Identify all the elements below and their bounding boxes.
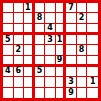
cell-r3c6[interactable]	[56, 24, 67, 35]
cell-r9c4[interactable]	[35, 88, 46, 98]
cell-r7c8[interactable]	[77, 67, 88, 77]
cell-r5c7[interactable]	[66, 45, 77, 55]
cell-r2c3[interactable]	[24, 13, 35, 23]
cell-r3c2[interactable]	[14, 24, 25, 35]
cell-r4c1[interactable]: 5	[3, 35, 14, 45]
cell-r8c3[interactable]	[24, 77, 35, 87]
cell-r5c1[interactable]	[3, 45, 14, 55]
cell-r2c1[interactable]	[3, 13, 14, 23]
cell-r1c5[interactable]	[45, 3, 56, 13]
cell-r6c9[interactable]	[87, 56, 98, 67]
sudoku-board: 17824531289465319	[0, 0, 101, 101]
cell-r6c8[interactable]	[77, 56, 88, 67]
cell-r8c2[interactable]	[14, 77, 25, 87]
cell-r3c4[interactable]	[35, 24, 46, 35]
cell-r9c6[interactable]	[56, 88, 67, 98]
cell-r3c3[interactable]	[24, 24, 35, 35]
cell-r1c9[interactable]	[87, 3, 98, 13]
cell-r5c4[interactable]	[35, 45, 46, 55]
cell-r1c7[interactable]: 7	[66, 3, 77, 13]
cell-r4c3[interactable]	[24, 35, 35, 45]
cell-r3c5[interactable]: 4	[45, 24, 56, 35]
cell-r4c8[interactable]	[77, 35, 88, 45]
cell-r7c7[interactable]	[66, 67, 77, 77]
cell-r7c5[interactable]	[45, 67, 56, 77]
cell-r9c9[interactable]	[87, 88, 98, 98]
cell-r9c5[interactable]	[45, 88, 56, 98]
cell-r3c7[interactable]	[66, 24, 77, 35]
cell-r6c4[interactable]	[35, 56, 46, 67]
cell-r7c2[interactable]: 6	[14, 67, 25, 77]
cell-r2c7[interactable]	[66, 13, 77, 23]
cell-r5c9[interactable]	[87, 45, 98, 55]
cell-r6c3[interactable]	[24, 56, 35, 67]
cell-r8c4[interactable]	[35, 77, 46, 87]
cell-r4c9[interactable]	[87, 35, 98, 45]
cell-r8c1[interactable]	[3, 77, 14, 87]
cell-r8c9[interactable]: 1	[87, 77, 98, 87]
cell-r8c7[interactable]: 3	[66, 77, 77, 87]
cell-r4c2[interactable]	[14, 35, 25, 45]
cell-r7c9[interactable]	[87, 67, 98, 77]
cell-r9c7[interactable]: 9	[66, 88, 77, 98]
cell-r4c5[interactable]: 3	[45, 35, 56, 45]
cell-r4c6[interactable]: 1	[56, 35, 67, 45]
cell-r2c2[interactable]	[14, 13, 25, 23]
cell-r2c9[interactable]	[87, 13, 98, 23]
cell-r6c1[interactable]	[3, 56, 14, 67]
cell-r1c8[interactable]	[77, 3, 88, 13]
cell-r7c1[interactable]: 4	[3, 67, 14, 77]
cell-r5c8[interactable]: 8	[77, 45, 88, 55]
cell-r1c4[interactable]	[35, 3, 46, 13]
cell-r9c2[interactable]	[14, 88, 25, 98]
cell-r6c2[interactable]	[14, 56, 25, 67]
cell-r9c3[interactable]	[24, 88, 35, 98]
cell-r2c8[interactable]: 2	[77, 13, 88, 23]
cell-r3c1[interactable]	[3, 24, 14, 35]
cell-r6c7[interactable]	[66, 56, 77, 67]
cell-r8c8[interactable]	[77, 77, 88, 87]
cell-r3c9[interactable]	[87, 24, 98, 35]
cell-r4c7[interactable]	[66, 35, 77, 45]
cell-r1c2[interactable]	[14, 3, 25, 13]
cell-r9c8[interactable]	[77, 88, 88, 98]
cell-r6c5[interactable]	[45, 56, 56, 67]
cell-r1c1[interactable]	[3, 3, 14, 13]
cell-r6c6[interactable]: 9	[56, 56, 67, 67]
cell-r2c6[interactable]	[56, 13, 67, 23]
cell-r2c4[interactable]: 8	[35, 13, 46, 23]
cell-r7c6[interactable]	[56, 67, 67, 77]
cell-r3c8[interactable]	[77, 24, 88, 35]
cell-r5c3[interactable]	[24, 45, 35, 55]
cell-r5c2[interactable]: 2	[14, 45, 25, 55]
cell-r4c4[interactable]	[35, 35, 46, 45]
cell-r9c1[interactable]	[3, 88, 14, 98]
cell-r1c3[interactable]: 1	[24, 3, 35, 13]
cell-r1c6[interactable]	[56, 3, 67, 13]
cell-r8c6[interactable]	[56, 77, 67, 87]
cell-r7c4[interactable]: 5	[35, 67, 46, 77]
cell-r8c5[interactable]	[45, 77, 56, 87]
cell-r5c5[interactable]	[45, 45, 56, 55]
cell-r7c3[interactable]	[24, 67, 35, 77]
